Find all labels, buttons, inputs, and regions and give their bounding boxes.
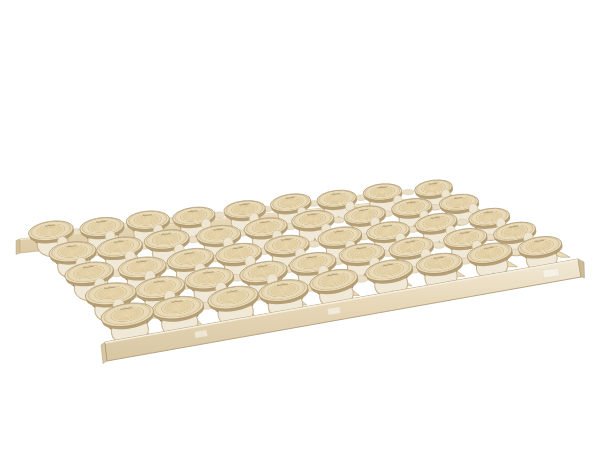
bed-base-product-photo <box>0 0 600 450</box>
back-rail-end-cap <box>16 239 20 255</box>
row-connector <box>456 219 468 225</box>
disc-slot <box>378 187 387 188</box>
row-connector <box>403 189 415 194</box>
bed-base-illustration <box>0 0 600 450</box>
